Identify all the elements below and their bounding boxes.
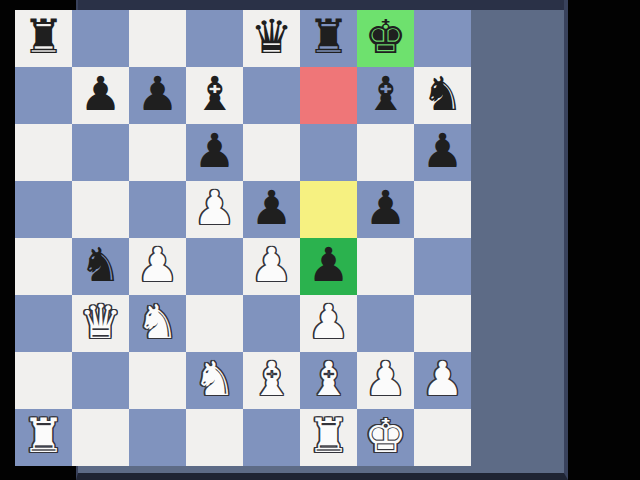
square-e8[interactable]: ♛ — [243, 10, 300, 67]
square-g4[interactable] — [357, 238, 414, 295]
black-rook[interactable]: ♜ — [22, 13, 64, 60]
black-knight[interactable]: ♞ — [421, 70, 463, 117]
white-bishop[interactable]: ♝ — [307, 355, 349, 402]
square-g2[interactable]: ♟ — [357, 352, 414, 409]
white-pawn[interactable]: ♟ — [250, 241, 292, 288]
square-h5[interactable] — [414, 181, 471, 238]
square-h1[interactable] — [414, 409, 471, 466]
square-f4-highlight-green-dark[interactable]: ♟ — [300, 238, 357, 295]
square-g1[interactable]: ♚ — [357, 409, 414, 466]
black-rook[interactable]: ♜ — [307, 13, 349, 60]
square-b5[interactable] — [72, 181, 129, 238]
square-a5[interactable] — [15, 181, 72, 238]
square-a1[interactable]: ♜ — [15, 409, 72, 466]
black-pawn[interactable]: ♟ — [79, 70, 121, 117]
square-b3[interactable]: ♛ — [72, 295, 129, 352]
square-c6[interactable] — [129, 124, 186, 181]
square-b8[interactable] — [72, 10, 129, 67]
square-h2[interactable]: ♟ — [414, 352, 471, 409]
square-a7[interactable] — [15, 67, 72, 124]
white-pawn[interactable]: ♟ — [193, 184, 235, 231]
black-knight[interactable]: ♞ — [79, 241, 121, 288]
square-f6[interactable] — [300, 124, 357, 181]
white-pawn[interactable]: ♟ — [364, 355, 406, 402]
square-e5[interactable]: ♟ — [243, 181, 300, 238]
square-f1[interactable]: ♜ — [300, 409, 357, 466]
white-pawn[interactable]: ♟ — [421, 355, 463, 402]
square-c1[interactable] — [129, 409, 186, 466]
square-a2[interactable] — [15, 352, 72, 409]
white-knight[interactable]: ♞ — [193, 355, 235, 402]
square-g7[interactable]: ♝ — [357, 67, 414, 124]
white-bishop[interactable]: ♝ — [250, 355, 292, 402]
square-b2[interactable] — [72, 352, 129, 409]
square-a8[interactable]: ♜ — [15, 10, 72, 67]
square-d8[interactable] — [186, 10, 243, 67]
white-pawn[interactable]: ♟ — [136, 241, 178, 288]
square-f3[interactable]: ♟ — [300, 295, 357, 352]
square-b1[interactable] — [72, 409, 129, 466]
black-king[interactable]: ♚ — [364, 13, 406, 60]
square-b4[interactable]: ♞ — [72, 238, 129, 295]
square-d2[interactable]: ♞ — [186, 352, 243, 409]
square-g5[interactable]: ♟ — [357, 181, 414, 238]
black-queen[interactable]: ♛ — [250, 13, 292, 60]
square-a6[interactable] — [15, 124, 72, 181]
square-c7[interactable]: ♟ — [129, 67, 186, 124]
square-e2[interactable]: ♝ — [243, 352, 300, 409]
black-pawn[interactable]: ♟ — [136, 70, 178, 117]
white-rook[interactable]: ♜ — [22, 412, 64, 459]
square-g3[interactable] — [357, 295, 414, 352]
square-h7[interactable]: ♞ — [414, 67, 471, 124]
black-pawn[interactable]: ♟ — [193, 127, 235, 174]
square-f8[interactable]: ♜ — [300, 10, 357, 67]
square-f7-highlight-red[interactable] — [300, 67, 357, 124]
white-knight[interactable]: ♞ — [136, 298, 178, 345]
square-e6[interactable] — [243, 124, 300, 181]
white-king[interactable]: ♚ — [364, 412, 406, 459]
square-d3[interactable] — [186, 295, 243, 352]
square-b6[interactable] — [72, 124, 129, 181]
square-e1[interactable] — [243, 409, 300, 466]
square-b7[interactable]: ♟ — [72, 67, 129, 124]
black-pawn[interactable]: ♟ — [364, 184, 406, 231]
square-c3[interactable]: ♞ — [129, 295, 186, 352]
square-h3[interactable] — [414, 295, 471, 352]
white-rook[interactable]: ♜ — [307, 412, 349, 459]
white-pawn[interactable]: ♟ — [307, 298, 349, 345]
square-d5[interactable]: ♟ — [186, 181, 243, 238]
square-g8-highlight-green-light[interactable]: ♚ — [357, 10, 414, 67]
black-pawn[interactable]: ♟ — [250, 184, 292, 231]
square-d7[interactable]: ♝ — [186, 67, 243, 124]
square-g6[interactable] — [357, 124, 414, 181]
black-bishop[interactable]: ♝ — [364, 70, 406, 117]
black-bishop[interactable]: ♝ — [193, 70, 235, 117]
square-c8[interactable] — [129, 10, 186, 67]
square-a3[interactable] — [15, 295, 72, 352]
square-d1[interactable] — [186, 409, 243, 466]
letterbox-right-bar — [568, 0, 640, 480]
square-e3[interactable] — [243, 295, 300, 352]
square-e4[interactable]: ♟ — [243, 238, 300, 295]
square-f2[interactable]: ♝ — [300, 352, 357, 409]
square-f5-highlight-yellow[interactable] — [300, 181, 357, 238]
black-pawn[interactable]: ♟ — [421, 127, 463, 174]
square-a4[interactable] — [15, 238, 72, 295]
square-h8[interactable] — [414, 10, 471, 67]
white-queen[interactable]: ♛ — [79, 298, 121, 345]
square-h4[interactable] — [414, 238, 471, 295]
square-h6[interactable]: ♟ — [414, 124, 471, 181]
square-e7[interactable] — [243, 67, 300, 124]
square-d4[interactable] — [186, 238, 243, 295]
square-d6[interactable]: ♟ — [186, 124, 243, 181]
chessboard: ♜♛♜♚♟♟♝♝♞♟♟♟♟♟♞♟♟♟♛♞♟♞♝♝♟♟♜♜♚ — [15, 10, 471, 466]
square-c4[interactable]: ♟ — [129, 238, 186, 295]
black-pawn[interactable]: ♟ — [307, 241, 349, 288]
square-c5[interactable] — [129, 181, 186, 238]
video-frame: ♜♛♜♚♟♟♝♝♞♟♟♟♟♟♞♟♟♟♛♞♟♞♝♝♟♟♜♜♚ — [0, 0, 640, 480]
square-c2[interactable] — [129, 352, 186, 409]
